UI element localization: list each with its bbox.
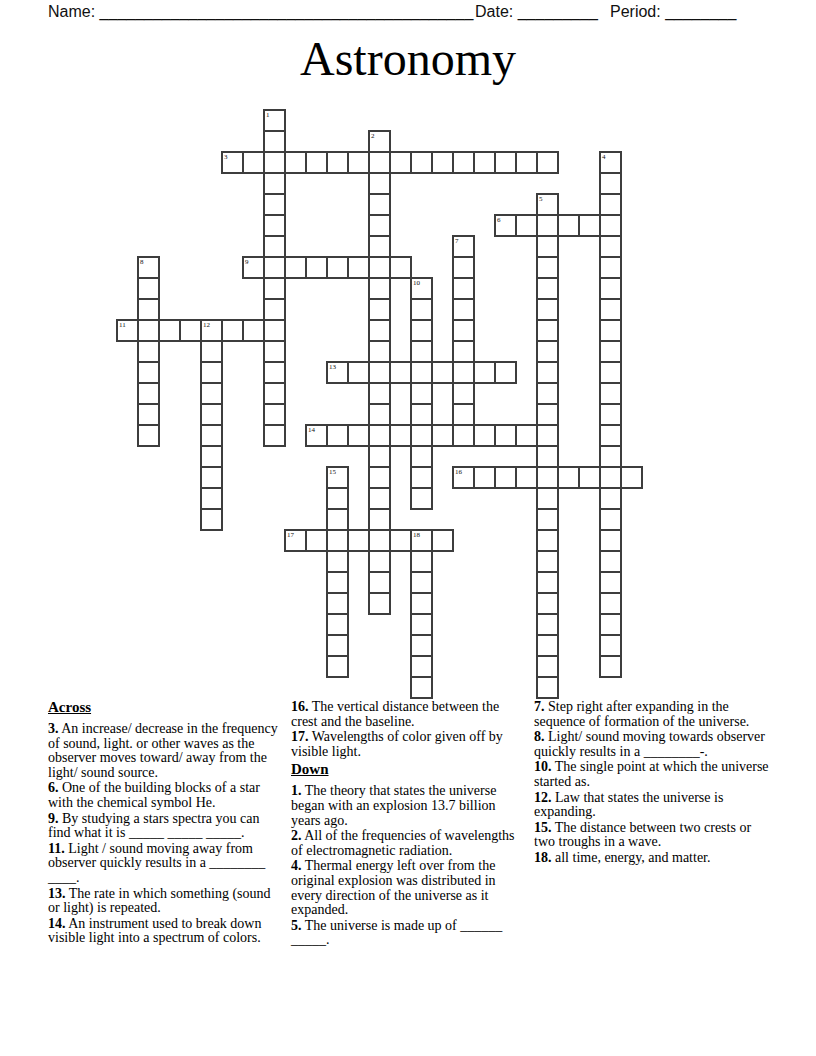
grid-cell-r21c23[interactable] — [599, 550, 622, 573]
grid-cell-r2c5[interactable]: 3 — [221, 151, 244, 174]
grid-cell-r10c1[interactable] — [137, 319, 160, 342]
clue-1: 1. The theory that states the universe b… — [291, 784, 520, 828]
grid-cell-r7c1[interactable]: 8 — [137, 256, 160, 279]
grid-cell-r18c10[interactable] — [326, 487, 349, 510]
header-date: Date: _________ — [475, 3, 598, 21]
grid-cell-r2c16[interactable] — [452, 151, 475, 174]
grid-cell-number: 16 — [455, 468, 462, 476]
grid-cell-r20c15[interactable] — [431, 529, 454, 552]
grid-cell-r5c23[interactable] — [599, 214, 622, 237]
grid-cell-number: 13 — [329, 363, 336, 371]
grid-cell-r11c20[interactable] — [536, 340, 559, 363]
grid-cell-number: 17 — [287, 531, 294, 539]
grid-cell-r13c23[interactable] — [599, 382, 622, 405]
grid-cell-r17c14[interactable] — [410, 466, 433, 489]
grid-cell-r19c12[interactable] — [368, 508, 391, 531]
grid-cell-r14c12[interactable] — [368, 403, 391, 426]
grid-cell-r10c0[interactable]: 11 — [116, 319, 139, 342]
clue-18: 18. all time, energy, and matter. — [534, 851, 770, 866]
grid-cell-r16c14[interactable] — [410, 445, 433, 468]
grid-cell-r5c12[interactable] — [368, 214, 391, 237]
grid-cell-r4c20[interactable]: 5 — [536, 193, 559, 216]
grid-cell-r9c16[interactable] — [452, 298, 475, 321]
clue-6: 6. One of the building blocks of a star … — [48, 781, 281, 810]
grid-cell-r13c12[interactable] — [368, 382, 391, 405]
clue-number-label: 10. — [534, 759, 552, 774]
grid-cell-r17c12[interactable] — [368, 466, 391, 489]
clue-number-label: 11. — [48, 841, 65, 856]
grid-cell-r26c14[interactable] — [410, 655, 433, 678]
grid-cell-r2c19[interactable] — [515, 151, 538, 174]
grid-cell-r9c7[interactable] — [263, 298, 286, 321]
clues-column-3: 7. Step right after expanding in the seq… — [534, 700, 770, 867]
grid-cell-r9c23[interactable] — [599, 298, 622, 321]
grid-cell-r23c12[interactable] — [368, 592, 391, 615]
grid-cell-r25c23[interactable] — [599, 634, 622, 657]
name-blank-line[interactable]: ________________________________________… — [100, 3, 474, 20]
grid-cell-r23c10[interactable] — [326, 592, 349, 615]
grid-cell-r15c19[interactable] — [515, 424, 538, 447]
grid-cell-r5c20[interactable] — [536, 214, 559, 237]
clue-number-label: 9. — [48, 811, 59, 826]
grid-cell-r12c10[interactable]: 13 — [326, 361, 349, 384]
grid-cell-r2c8[interactable] — [284, 151, 307, 174]
grid-cell-r23c23[interactable] — [599, 592, 622, 615]
grid-cell-r14c16[interactable] — [452, 403, 475, 426]
grid-cell-r19c4[interactable] — [200, 508, 223, 531]
grid-cell-r11c4[interactable] — [200, 340, 223, 363]
grid-cell-r23c14[interactable] — [410, 592, 433, 615]
grid-cell-r8c14[interactable]: 10 — [410, 277, 433, 300]
grid-cell-r5c22[interactable] — [578, 214, 601, 237]
grid-cell-r17c17[interactable] — [473, 466, 496, 489]
grid-cell-r8c20[interactable] — [536, 277, 559, 300]
grid-cell-r27c20[interactable] — [536, 676, 559, 699]
grid-cell-r26c20[interactable] — [536, 655, 559, 678]
grid-cell-number: 10 — [413, 279, 420, 287]
grid-cell-r8c16[interactable] — [452, 277, 475, 300]
grid-cell-r25c10[interactable] — [326, 634, 349, 657]
grid-cell-r11c14[interactable] — [410, 340, 433, 363]
clue-17: 17. Wavelengths of color given off by vi… — [291, 730, 520, 759]
clue-11: 11. Light / sound moving away from obser… — [48, 842, 281, 886]
period-label: Period: — [610, 3, 661, 20]
grid-cell-r7c16[interactable] — [452, 256, 475, 279]
grid-cell-r18c20[interactable] — [536, 487, 559, 510]
grid-cell-r3c7[interactable] — [263, 172, 286, 195]
grid-cell-r10c20[interactable] — [536, 319, 559, 342]
grid-cell-number: 6 — [497, 216, 501, 224]
grid-cell-r12c1[interactable] — [137, 361, 160, 384]
grid-cell-r14c14[interactable] — [410, 403, 433, 426]
clue-number-label: 17. — [291, 729, 309, 744]
clue-4: 4. Thermal energy left over from the ori… — [291, 859, 520, 917]
grid-cell-r22c10[interactable] — [326, 571, 349, 594]
clue-7: 7. Step right after expanding in the seq… — [534, 700, 770, 729]
grid-cell-r8c23[interactable] — [599, 277, 622, 300]
grid-cell-r12c13[interactable] — [389, 361, 412, 384]
grid-cell-r1c12[interactable]: 2 — [368, 130, 391, 153]
grid-cell-r26c23[interactable] — [599, 655, 622, 678]
grid-cell-r10c4[interactable]: 12 — [200, 319, 223, 342]
grid-cell-r12c7[interactable] — [263, 361, 286, 384]
grid-cell-r12c15[interactable] — [431, 361, 454, 384]
clue-13: 13. The rate in which something (sound o… — [48, 887, 281, 916]
grid-cell-r6c16[interactable]: 7 — [452, 235, 475, 258]
grid-cell-r2c9[interactable] — [305, 151, 328, 174]
grid-cell-r2c18[interactable] — [494, 151, 517, 174]
grid-cell-r26c10[interactable] — [326, 655, 349, 678]
grid-cell-number: 9 — [245, 258, 249, 266]
date-blank-line[interactable]: _________ — [518, 3, 598, 20]
grid-cell-r23c20[interactable] — [536, 592, 559, 615]
date-label: Date: — [475, 3, 513, 20]
grid-cell-r14c1[interactable] — [137, 403, 160, 426]
grid-cell-r9c14[interactable] — [410, 298, 433, 321]
grid-cell-r7c7[interactable] — [263, 256, 286, 279]
grid-cell-r7c9[interactable] — [305, 256, 328, 279]
grid-cell-r21c10[interactable] — [326, 550, 349, 573]
grid-cell-r15c23[interactable] — [599, 424, 622, 447]
grid-cell-r2c23[interactable]: 4 — [599, 151, 622, 174]
grid-cell-r15c4[interactable] — [200, 424, 223, 447]
grid-cell-r25c20[interactable] — [536, 634, 559, 657]
clue-number-label: 4. — [291, 858, 302, 873]
grid-cell-r5c7[interactable] — [263, 214, 286, 237]
grid-cell-r22c20[interactable] — [536, 571, 559, 594]
grid-cell-r2c15[interactable] — [431, 151, 454, 174]
grid-cell-r8c7[interactable] — [263, 277, 286, 300]
clues-column-2: 16. The vertical distance between the cr… — [291, 700, 520, 949]
grid-cell-r14c4[interactable] — [200, 403, 223, 426]
grid-cell-number: 5 — [539, 195, 543, 203]
grid-cell-r2c12[interactable] — [368, 151, 391, 174]
grid-cell-r6c12[interactable] — [368, 235, 391, 258]
grid-cell-r15c9[interactable]: 14 — [305, 424, 328, 447]
page-title: Astronomy — [0, 33, 816, 85]
grid-cell-r11c16[interactable] — [452, 340, 475, 363]
clue-16: 16. The vertical distance between the cr… — [291, 700, 520, 729]
grid-cell-r17c24[interactable] — [620, 466, 643, 489]
grid-cell-r8c12[interactable] — [368, 277, 391, 300]
grid-cell-r10c2[interactable] — [158, 319, 181, 342]
grid-cell-r24c14[interactable] — [410, 613, 433, 636]
grid-cell-r7c8[interactable] — [284, 256, 307, 279]
grid-cell-r13c14[interactable] — [410, 382, 433, 405]
grid-cell-number: 7 — [455, 237, 459, 245]
grid-cell-number: 18 — [413, 531, 420, 539]
clue-number-label: 3. — [48, 721, 59, 736]
grid-cell-r15c16[interactable] — [452, 424, 475, 447]
grid-cell-r9c1[interactable] — [137, 298, 160, 321]
grid-cell-r24c10[interactable] — [326, 613, 349, 636]
grid-cell-r16c4[interactable] — [200, 445, 223, 468]
grid-cell-r15c14[interactable] — [410, 424, 433, 447]
grid-cell-r3c23[interactable] — [599, 172, 622, 195]
grid-cell-r10c12[interactable] — [368, 319, 391, 342]
grid-cell-r18c14[interactable] — [410, 487, 433, 510]
grid-cell-r10c5[interactable] — [221, 319, 244, 342]
grid-cell-r21c20[interactable] — [536, 550, 559, 573]
crossword-grid: 123456789101112131415161718 — [116, 109, 643, 699]
clue-number-label: 1. — [291, 783, 302, 798]
grid-cell-r22c14[interactable] — [410, 571, 433, 594]
grid-cell-r17c22[interactable] — [578, 466, 601, 489]
grid-cell-r22c23[interactable] — [599, 571, 622, 594]
grid-cell-r10c16[interactable] — [452, 319, 475, 342]
clues-heading-across: Across — [48, 700, 281, 715]
grid-cell-r6c7[interactable] — [263, 235, 286, 258]
grid-cell-r17c21[interactable] — [557, 466, 580, 489]
clue-5: 5. The universe is made up of ______ ___… — [291, 919, 520, 948]
clue-number-label: 2. — [291, 828, 302, 843]
grid-cell-r7c10[interactable] — [326, 256, 349, 279]
grid-cell-r27c14[interactable] — [410, 676, 433, 699]
clue-9: 9. By studying a stars spectra you can f… — [48, 812, 281, 841]
grid-cell-r21c14[interactable] — [410, 550, 433, 573]
grid-cell-r5c18[interactable]: 6 — [494, 214, 517, 237]
grid-cell-r20c23[interactable] — [599, 529, 622, 552]
grid-cell-r12c4[interactable] — [200, 361, 223, 384]
name-label: Name: — [48, 3, 95, 20]
grid-cell-r2c13[interactable] — [389, 151, 412, 174]
grid-cell-r18c12[interactable] — [368, 487, 391, 510]
grid-cell-r12c23[interactable] — [599, 361, 622, 384]
grid-cell-r12c12[interactable] — [368, 361, 391, 384]
grid-cell-r24c23[interactable] — [599, 613, 622, 636]
grid-cell-r18c4[interactable] — [200, 487, 223, 510]
clues-heading-down: Down — [291, 762, 520, 777]
clue-number-label: 18. — [534, 850, 552, 865]
grid-cell-r5c21[interactable] — [557, 214, 580, 237]
grid-cell-r2c10[interactable] — [326, 151, 349, 174]
clue-10: 10. The single point at which the univer… — [534, 760, 770, 789]
grid-cell-r2c17[interactable] — [473, 151, 496, 174]
grid-cell-r12c20[interactable] — [536, 361, 559, 384]
grid-cell-number: 1 — [266, 111, 270, 119]
grid-cell-r13c7[interactable] — [263, 382, 286, 405]
grid-cell-r11c12[interactable] — [368, 340, 391, 363]
grid-cell-r15c13[interactable] — [389, 424, 412, 447]
grid-cell-number: 15 — [329, 468, 336, 476]
grid-cell-r15c20[interactable] — [536, 424, 559, 447]
clue-number-label: 7. — [534, 699, 545, 714]
grid-cell-number: 4 — [602, 153, 606, 161]
grid-cell-r17c10[interactable]: 15 — [326, 466, 349, 489]
grid-cell-r12c14[interactable] — [410, 361, 433, 384]
grid-cell-r1c7[interactable] — [263, 130, 286, 153]
grid-cell-r7c20[interactable] — [536, 256, 559, 279]
grid-cell-r20c10[interactable] — [326, 529, 349, 552]
grid-cell-r17c4[interactable] — [200, 466, 223, 489]
grid-cell-r7c6[interactable]: 9 — [242, 256, 265, 279]
grid-cell-r16c23[interactable] — [599, 445, 622, 468]
grid-cell-r15c15[interactable] — [431, 424, 454, 447]
grid-cell-r17c18[interactable] — [494, 466, 517, 489]
clues-column-1: Across3. An increase/ decrease in the fr… — [48, 700, 281, 947]
grid-cell-r20c12[interactable] — [368, 529, 391, 552]
grid-cell-r11c7[interactable] — [263, 340, 286, 363]
clue-14: 14. An instrument used to break down vis… — [48, 917, 281, 946]
grid-cell-r14c23[interactable] — [599, 403, 622, 426]
clue-number-label: 12. — [534, 790, 552, 805]
grid-cell-r4c7[interactable] — [263, 193, 286, 216]
grid-cell-r10c6[interactable] — [242, 319, 265, 342]
grid-cell-r0c7[interactable]: 1 — [263, 109, 286, 132]
grid-cell-number: 12 — [203, 321, 210, 329]
grid-cell-r10c3[interactable] — [179, 319, 202, 342]
grid-cell-r15c18[interactable] — [494, 424, 517, 447]
grid-cell-r2c6[interactable] — [242, 151, 265, 174]
grid-cell-r6c23[interactable] — [599, 235, 622, 258]
clue-number-label: 14. — [48, 916, 66, 931]
grid-cell-r9c20[interactable] — [536, 298, 559, 321]
grid-cell-r13c16[interactable] — [452, 382, 475, 405]
grid-cell-r20c13[interactable] — [389, 529, 412, 552]
grid-cell-r12c16[interactable] — [452, 361, 475, 384]
grid-cell-r20c9[interactable] — [305, 529, 328, 552]
grid-cell-r21c12[interactable] — [368, 550, 391, 573]
grid-cell-r20c14[interactable]: 18 — [410, 529, 433, 552]
grid-cell-r10c7[interactable] — [263, 319, 286, 342]
grid-cell-r13c4[interactable] — [200, 382, 223, 405]
grid-cell-r22c12[interactable] — [368, 571, 391, 594]
clue-number-label: 5. — [291, 918, 302, 933]
grid-cell-number: 11 — [119, 321, 126, 329]
grid-cell-r15c17[interactable] — [473, 424, 496, 447]
grid-cell-r4c23[interactable] — [599, 193, 622, 216]
grid-cell-r17c23[interactable] — [599, 466, 622, 489]
clue-number-label: 6. — [48, 780, 59, 795]
grid-cell-r12c17[interactable] — [473, 361, 496, 384]
grid-cell-r18c23[interactable] — [599, 487, 622, 510]
clue-12: 12. Law that states the universe is expa… — [534, 791, 770, 820]
grid-cell-r14c7[interactable] — [263, 403, 286, 426]
grid-cell-r5c19[interactable] — [515, 214, 538, 237]
grid-cell-r11c23[interactable] — [599, 340, 622, 363]
grid-cell-number: 8 — [140, 258, 144, 266]
worksheet-page: { "game": "crossword", "title": "Astrono… — [0, 0, 816, 1056]
grid-cell-r19c20[interactable] — [536, 508, 559, 531]
grid-cell-r12c18[interactable] — [494, 361, 517, 384]
grid-cell-r17c20[interactable] — [536, 466, 559, 489]
grid-cell-r2c20[interactable] — [536, 151, 559, 174]
grid-cell-r20c8[interactable]: 17 — [284, 529, 307, 552]
grid-cell-r2c14[interactable] — [410, 151, 433, 174]
grid-cell-r14c20[interactable] — [536, 403, 559, 426]
grid-cell-number: 3 — [224, 153, 228, 161]
grid-cell-r7c12[interactable] — [368, 256, 391, 279]
grid-cell-r3c12[interactable] — [368, 172, 391, 195]
grid-cell-r15c11[interactable] — [347, 424, 370, 447]
grid-cell-r15c10[interactable] — [326, 424, 349, 447]
grid-cell-r10c14[interactable] — [410, 319, 433, 342]
grid-cell-r9c12[interactable] — [368, 298, 391, 321]
grid-cell-r7c13[interactable] — [389, 256, 412, 279]
grid-cell-r25c14[interactable] — [410, 634, 433, 657]
grid-cell-r24c20[interactable] — [536, 613, 559, 636]
grid-cell-r20c11[interactable] — [347, 529, 370, 552]
clue-number-label: 15. — [534, 820, 552, 835]
grid-cell-r11c1[interactable] — [137, 340, 160, 363]
clue-15: 15. The distance between two crests or t… — [534, 821, 770, 850]
grid-cell-r19c23[interactable] — [599, 508, 622, 531]
grid-cell-r20c20[interactable] — [536, 529, 559, 552]
header-name: Name: __________________________________… — [48, 3, 473, 21]
clue-3: 3. An increase/ decrease in the frequenc… — [48, 722, 281, 780]
grid-cell-r16c12[interactable] — [368, 445, 391, 468]
grid-cell-r17c16[interactable]: 16 — [452, 466, 475, 489]
grid-cell-r10c23[interactable] — [599, 319, 622, 342]
period-blank-line[interactable]: ________ — [665, 3, 736, 20]
grid-cell-r7c11[interactable] — [347, 256, 370, 279]
grid-cell-r13c20[interactable] — [536, 382, 559, 405]
grid-cell-r15c12[interactable] — [368, 424, 391, 447]
grid-cell-number: 14 — [308, 426, 315, 434]
grid-cell-r2c7[interactable] — [263, 151, 286, 174]
grid-cell-r19c10[interactable] — [326, 508, 349, 531]
grid-cell-r8c1[interactable] — [137, 277, 160, 300]
grid-cell-r13c1[interactable] — [137, 382, 160, 405]
grid-cell-r7c23[interactable] — [599, 256, 622, 279]
grid-cell-number: 2 — [371, 132, 375, 140]
clue-8: 8. Light/ sound moving towards observer … — [534, 730, 770, 759]
clue-number-label: 13. — [48, 886, 66, 901]
grid-cell-r2c11[interactable] — [347, 151, 370, 174]
grid-cell-r6c20[interactable] — [536, 235, 559, 258]
grid-cell-r16c20[interactable] — [536, 445, 559, 468]
clue-2: 2. All of the frequencies of wavelengths… — [291, 829, 520, 858]
grid-cell-r15c7[interactable] — [263, 424, 286, 447]
clue-number-label: 16. — [291, 699, 309, 714]
header-period: Period: ________ — [610, 3, 736, 21]
grid-cell-r4c12[interactable] — [368, 193, 391, 216]
grid-cell-r15c1[interactable] — [137, 424, 160, 447]
clue-number-label: 8. — [534, 729, 545, 744]
grid-cell-r17c19[interactable] — [515, 466, 538, 489]
grid-cell-r12c11[interactable] — [347, 361, 370, 384]
